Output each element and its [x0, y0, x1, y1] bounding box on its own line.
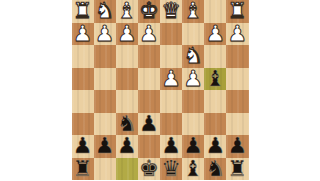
square-g5[interactable] [94, 90, 116, 113]
square-c2[interactable] [182, 23, 204, 46]
white-knight-icon[interactable]: ♞ [183, 45, 203, 67]
square-h3[interactable] [72, 45, 94, 68]
square-b5[interactable] [204, 90, 226, 113]
square-g4[interactable] [94, 68, 116, 91]
square-g1[interactable]: ♞ [94, 0, 116, 23]
square-c4[interactable]: ♟ [182, 68, 204, 91]
black-bishop-icon[interactable]: ♝ [183, 157, 203, 179]
square-c6[interactable] [182, 113, 204, 136]
square-c8[interactable]: ♝ [182, 158, 204, 181]
page-background: ♜♞♝♚♛♝♜♟♟♟♟♟♟♞♟♟♝♞♟♟♟♟♟♟♟♟♜♚♛♝♞♜ [0, 0, 320, 180]
square-f6[interactable]: ♞ [116, 113, 138, 136]
black-rook-icon[interactable]: ♜ [73, 157, 93, 179]
square-e1[interactable]: ♚ [138, 0, 160, 23]
square-b3[interactable] [204, 45, 226, 68]
square-a4[interactable] [226, 68, 248, 91]
black-pawn-icon[interactable]: ♟ [95, 135, 115, 157]
square-d7[interactable]: ♟ [160, 135, 182, 158]
square-d3[interactable] [160, 45, 182, 68]
square-h7[interactable]: ♟ [72, 135, 94, 158]
square-c5[interactable] [182, 90, 204, 113]
square-a5[interactable] [226, 90, 248, 113]
square-b7[interactable]: ♟ [204, 135, 226, 158]
black-pawn-icon[interactable]: ♟ [228, 135, 248, 157]
square-f2[interactable]: ♟ [116, 23, 138, 46]
black-bishop-icon[interactable]: ♝ [205, 67, 225, 89]
square-b4[interactable]: ♝ [204, 68, 226, 91]
square-h1[interactable]: ♜ [72, 0, 94, 23]
chess-board: ♜♞♝♚♛♝♜♟♟♟♟♟♟♞♟♟♝♞♟♟♟♟♟♟♟♟♜♚♛♝♞♜ [72, 0, 249, 180]
square-h5[interactable] [72, 90, 94, 113]
square-a6[interactable] [226, 113, 248, 136]
square-d4[interactable]: ♟ [160, 68, 182, 91]
black-pawn-icon[interactable]: ♟ [139, 112, 159, 134]
square-d2[interactable] [160, 23, 182, 46]
square-a2[interactable]: ♟ [226, 23, 248, 46]
square-g2[interactable]: ♟ [94, 23, 116, 46]
square-a1[interactable]: ♜ [226, 0, 248, 23]
square-d6[interactable] [160, 113, 182, 136]
square-e7[interactable] [138, 135, 160, 158]
square-h4[interactable] [72, 68, 94, 91]
square-f1[interactable]: ♝ [116, 0, 138, 23]
white-rook-icon[interactable]: ♜ [228, 0, 248, 22]
black-knight-icon[interactable]: ♞ [117, 112, 137, 134]
square-g6[interactable] [94, 113, 116, 136]
black-pawn-icon[interactable]: ♟ [117, 135, 137, 157]
white-pawn-icon[interactable]: ♟ [228, 22, 248, 44]
white-pawn-icon[interactable]: ♟ [161, 67, 181, 89]
square-a3[interactable] [226, 45, 248, 68]
square-c1[interactable]: ♝ [182, 0, 204, 23]
white-pawn-icon[interactable]: ♟ [183, 67, 203, 89]
square-d5[interactable] [160, 90, 182, 113]
white-pawn-icon[interactable]: ♟ [205, 22, 225, 44]
white-queen-icon[interactable]: ♛ [161, 0, 181, 22]
black-knight-icon[interactable]: ♞ [205, 157, 225, 179]
square-e5[interactable] [138, 90, 160, 113]
square-h6[interactable] [72, 113, 94, 136]
square-c3[interactable]: ♞ [182, 45, 204, 68]
square-f8[interactable] [116, 158, 138, 181]
white-king-icon[interactable]: ♚ [139, 0, 159, 22]
square-h8[interactable]: ♜ [72, 158, 94, 181]
square-e3[interactable] [138, 45, 160, 68]
white-pawn-icon[interactable]: ♟ [73, 22, 93, 44]
square-b6[interactable] [204, 113, 226, 136]
white-pawn-icon[interactable]: ♟ [139, 22, 159, 44]
black-pawn-icon[interactable]: ♟ [73, 135, 93, 157]
square-b2[interactable]: ♟ [204, 23, 226, 46]
square-d8[interactable]: ♛ [160, 158, 182, 181]
black-pawn-icon[interactable]: ♟ [183, 135, 203, 157]
white-bishop-icon[interactable]: ♝ [117, 0, 137, 22]
square-c7[interactable]: ♟ [182, 135, 204, 158]
black-queen-icon[interactable]: ♛ [161, 157, 181, 179]
square-e6[interactable]: ♟ [138, 113, 160, 136]
black-pawn-icon[interactable]: ♟ [161, 135, 181, 157]
white-knight-icon[interactable]: ♞ [95, 0, 115, 22]
square-g7[interactable]: ♟ [94, 135, 116, 158]
white-bishop-icon[interactable]: ♝ [183, 0, 203, 22]
black-rook-icon[interactable]: ♜ [228, 157, 248, 179]
square-d1[interactable]: ♛ [160, 0, 182, 23]
square-e2[interactable]: ♟ [138, 23, 160, 46]
square-b1[interactable] [204, 0, 226, 23]
square-f7[interactable]: ♟ [116, 135, 138, 158]
white-pawn-icon[interactable]: ♟ [117, 22, 137, 44]
black-king-icon[interactable]: ♚ [139, 157, 159, 179]
square-b8[interactable]: ♞ [204, 158, 226, 181]
black-pawn-icon[interactable]: ♟ [205, 135, 225, 157]
square-f4[interactable] [116, 68, 138, 91]
square-f3[interactable] [116, 45, 138, 68]
white-rook-icon[interactable]: ♜ [73, 0, 93, 22]
square-g3[interactable] [94, 45, 116, 68]
square-e4[interactable] [138, 68, 160, 91]
white-pawn-icon[interactable]: ♟ [95, 22, 115, 44]
square-e8[interactable]: ♚ [138, 158, 160, 181]
square-a7[interactable]: ♟ [226, 135, 248, 158]
square-f5[interactable] [116, 90, 138, 113]
square-g8[interactable] [94, 158, 116, 181]
square-h2[interactable]: ♟ [72, 23, 94, 46]
square-a8[interactable]: ♜ [226, 158, 248, 181]
